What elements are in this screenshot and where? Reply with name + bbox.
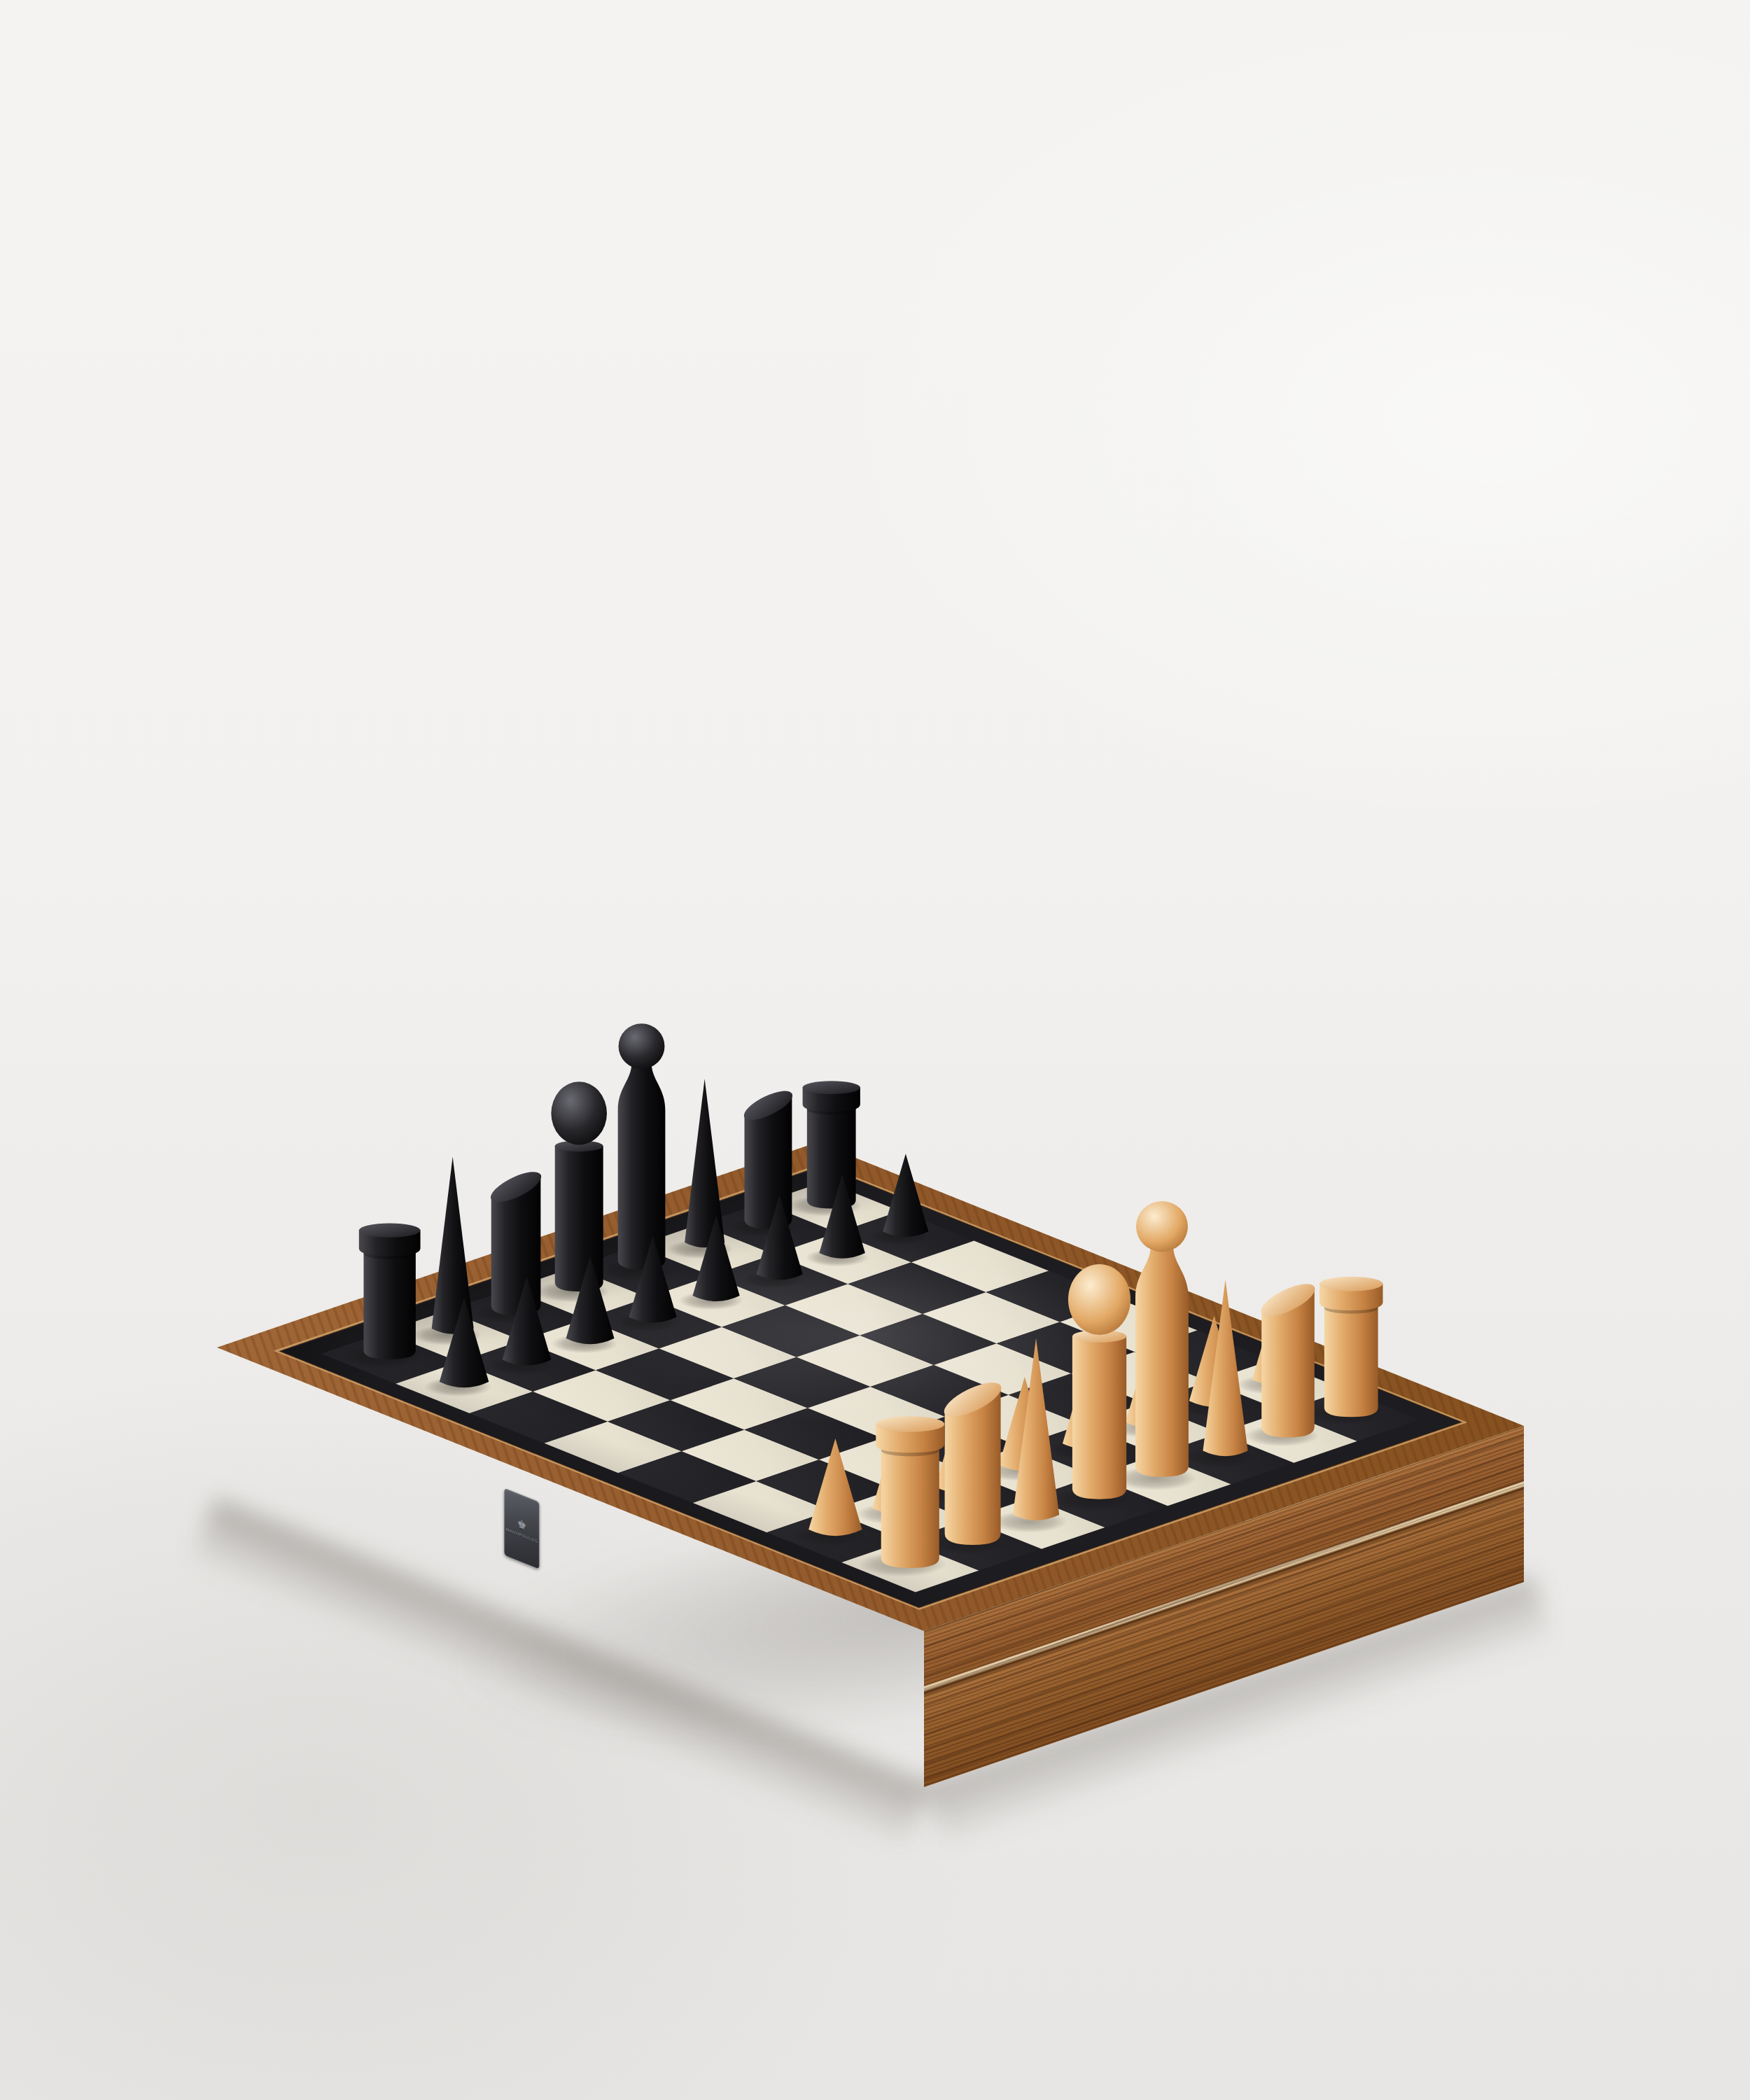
piece-white-knight-b1[interactable] — [939, 1371, 1006, 1549]
piece-white-rook-h1[interactable] — [1317, 1273, 1385, 1420]
piece-black-pawn-d7[interactable] — [625, 1233, 680, 1327]
piece-black-pawn-a7[interactable] — [435, 1294, 493, 1392]
piece-black-pawn-b7[interactable] — [498, 1273, 555, 1370]
piece-black-pawn-h7[interactable] — [879, 1151, 932, 1241]
piece-white-bishop-f1[interactable] — [1194, 1277, 1256, 1463]
piece-black-pawn-c7[interactable] — [562, 1253, 618, 1349]
piece-white-bishop-c1[interactable] — [1004, 1335, 1068, 1527]
piece-white-rook-a1[interactable] — [873, 1412, 947, 1571]
product-photo-scene: ♚ MANOPOULOS — [0, 0, 1750, 2100]
piece-white-king-e1[interactable] — [1127, 1198, 1197, 1484]
piece-white-knight-g1[interactable] — [1256, 1273, 1319, 1441]
piece-black-pawn-e7[interactable] — [689, 1212, 743, 1305]
piece-white-pawn-a2[interactable] — [804, 1435, 867, 1541]
piece-black-rook-a8[interactable] — [356, 1219, 423, 1362]
pieces-layer — [0, 0, 1750, 2100]
piece-black-pawn-g7[interactable] — [815, 1172, 869, 1263]
piece-white-queen-d1[interactable] — [1065, 1260, 1134, 1506]
piece-black-pawn-f7[interactable] — [752, 1192, 806, 1284]
